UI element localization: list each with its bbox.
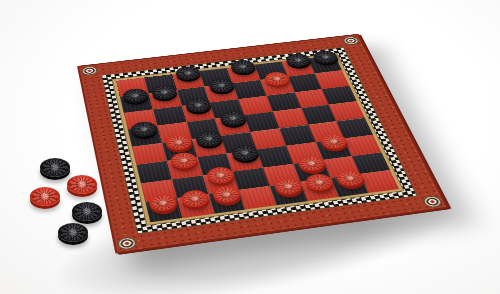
- spare-black-checker[interactable]: [58, 223, 88, 242]
- red-checker[interactable]: [318, 133, 349, 151]
- black-checker[interactable]: [284, 53, 312, 68]
- corner-medallion-icon: [82, 66, 97, 75]
- square-a8[interactable]: [145, 198, 182, 222]
- playing-grid: [116, 55, 399, 222]
- square-g3[interactable]: [294, 89, 329, 108]
- corner-medallion-icon: [118, 237, 136, 249]
- corner-medallion-icon: [423, 196, 442, 207]
- board-outer-margin: [77, 34, 449, 254]
- corner-medallion-icon: [343, 37, 359, 45]
- black-checker[interactable]: [311, 50, 340, 65]
- checkered-border-strip: [101, 47, 418, 234]
- square-e8[interactable]: [270, 182, 308, 205]
- square-d7[interactable]: [233, 167, 270, 190]
- square-f4[interactable]: [272, 108, 307, 128]
- black-checker[interactable]: [218, 110, 247, 127]
- square-d4[interactable]: [215, 115, 250, 135]
- spare-red-checker[interactable]: [67, 175, 97, 194]
- square-c5[interactable]: [191, 136, 226, 157]
- spare-black-checker[interactable]: [72, 202, 102, 221]
- perspective-layer: [0, 0, 500, 294]
- square-b8[interactable]: [177, 194, 214, 218]
- spare-black-checker[interactable]: [40, 158, 70, 177]
- checkers-board: [77, 34, 449, 254]
- square-f2[interactable]: [260, 77, 294, 96]
- red-checker[interactable]: [164, 134, 193, 152]
- tan-frame: [112, 53, 405, 226]
- square-a2[interactable]: [120, 93, 153, 113]
- square-h8[interactable]: [360, 170, 399, 193]
- spare-red-checker[interactable]: [30, 187, 60, 206]
- square-a5[interactable]: [132, 143, 167, 165]
- square-f8[interactable]: [300, 178, 338, 201]
- square-g8[interactable]: [330, 174, 369, 197]
- scene: [0, 0, 500, 294]
- black-checker[interactable]: [174, 65, 202, 81]
- square-d8[interactable]: [239, 186, 277, 210]
- square-c8[interactable]: [208, 190, 245, 214]
- black-checker[interactable]: [229, 59, 257, 74]
